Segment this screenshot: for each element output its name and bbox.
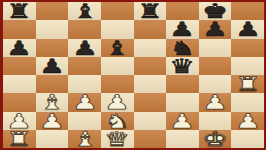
piece-black-pawn-b5[interactable]: ♟ bbox=[39, 57, 65, 75]
square-d8[interactable] bbox=[101, 2, 134, 20]
square-e4[interactable] bbox=[134, 75, 167, 93]
square-a6[interactable]: ♟ bbox=[3, 39, 36, 57]
piece-black-bishop-d6[interactable]: ♝ bbox=[104, 39, 130, 57]
square-f5[interactable]: ♛ bbox=[166, 57, 199, 75]
square-g5[interactable] bbox=[199, 57, 232, 75]
piece-white-pawn-f2[interactable]: ♟ bbox=[169, 112, 195, 130]
piece-white-rook-a1[interactable]: ♜ bbox=[6, 130, 32, 148]
piece-white-king-g1[interactable]: ♚ bbox=[202, 130, 228, 148]
piece-black-pawn-h7[interactable]: ♟ bbox=[235, 20, 261, 38]
square-g3[interactable]: ♟ bbox=[199, 93, 232, 111]
chessboard: ♜♝♜♚♟♟♟♟♟♝♞♟♛♜♝♟♟♟♟♟♞♟♟♜♝♛♚ bbox=[3, 2, 264, 148]
piece-black-pawn-c6[interactable]: ♟ bbox=[72, 39, 98, 57]
square-h7[interactable]: ♟ bbox=[231, 20, 264, 38]
square-d1[interactable]: ♛ bbox=[101, 130, 134, 148]
square-h2[interactable]: ♟ bbox=[231, 112, 264, 130]
board-frame: ♜♝♜♚♟♟♟♟♟♝♞♟♛♜♝♟♟♟♟♟♞♟♟♜♝♛♚ bbox=[0, 0, 266, 150]
square-a1[interactable]: ♜ bbox=[3, 130, 36, 148]
piece-black-bishop-c8[interactable]: ♝ bbox=[72, 2, 98, 20]
square-e1[interactable] bbox=[134, 130, 167, 148]
piece-black-rook-a8[interactable]: ♜ bbox=[6, 2, 32, 20]
square-e6[interactable] bbox=[134, 39, 167, 57]
piece-black-pawn-a6[interactable]: ♟ bbox=[6, 39, 32, 57]
square-g7[interactable]: ♟ bbox=[199, 20, 232, 38]
square-c6[interactable]: ♟ bbox=[68, 39, 101, 57]
square-e5[interactable] bbox=[134, 57, 167, 75]
piece-white-pawn-b2[interactable]: ♟ bbox=[39, 112, 65, 130]
square-h4[interactable]: ♜ bbox=[231, 75, 264, 93]
piece-black-pawn-g7[interactable]: ♟ bbox=[202, 20, 228, 38]
square-b7[interactable] bbox=[36, 20, 69, 38]
square-c8[interactable]: ♝ bbox=[68, 2, 101, 20]
square-c1[interactable]: ♝ bbox=[68, 130, 101, 148]
piece-white-pawn-c3[interactable]: ♟ bbox=[72, 93, 98, 111]
square-d6[interactable]: ♝ bbox=[101, 39, 134, 57]
square-c3[interactable]: ♟ bbox=[68, 93, 101, 111]
square-a8[interactable]: ♜ bbox=[3, 2, 36, 20]
square-b2[interactable]: ♟ bbox=[36, 112, 69, 130]
square-e8[interactable]: ♜ bbox=[134, 2, 167, 20]
piece-white-pawn-g3[interactable]: ♟ bbox=[202, 93, 228, 111]
piece-white-bishop-c1[interactable]: ♝ bbox=[72, 130, 98, 148]
piece-white-rook-h4[interactable]: ♜ bbox=[235, 75, 261, 93]
square-f2[interactable]: ♟ bbox=[166, 112, 199, 130]
square-e3[interactable] bbox=[134, 93, 167, 111]
square-b5[interactable]: ♟ bbox=[36, 57, 69, 75]
piece-black-queen-f5[interactable]: ♛ bbox=[169, 57, 195, 75]
square-a4[interactable] bbox=[3, 75, 36, 93]
piece-black-rook-e8[interactable]: ♜ bbox=[137, 2, 163, 20]
piece-white-pawn-h2[interactable]: ♟ bbox=[235, 112, 261, 130]
square-e2[interactable] bbox=[134, 112, 167, 130]
square-g1[interactable]: ♚ bbox=[199, 130, 232, 148]
square-b8[interactable] bbox=[36, 2, 69, 20]
piece-white-queen-d1[interactable]: ♛ bbox=[104, 130, 130, 148]
